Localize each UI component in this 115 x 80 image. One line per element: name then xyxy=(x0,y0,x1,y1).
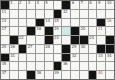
crossword-board: 1234567891011121314151617181920212223242… xyxy=(0,0,115,80)
clue-number: 28 xyxy=(45,45,50,49)
clue-number: 6 xyxy=(72,1,74,5)
cell-r3c6[interactable]: 14 xyxy=(45,19,53,27)
cell-r1c11[interactable]: 8 xyxy=(89,1,97,9)
clue-number: 32 xyxy=(72,54,77,58)
cell-r8c4[interactable] xyxy=(27,62,35,70)
cell-r5c8[interactable] xyxy=(62,36,70,44)
black-cell-r6c12 xyxy=(97,45,105,53)
cell-r8c13[interactable] xyxy=(106,62,114,70)
cell-r8c12[interactable] xyxy=(97,62,105,70)
clue-number: 15 xyxy=(54,19,59,23)
cell-r7c11[interactable] xyxy=(89,54,97,62)
cell-r2c12[interactable] xyxy=(97,10,105,18)
cell-r4c13[interactable] xyxy=(106,27,114,35)
cell-r7c13[interactable]: 34 xyxy=(106,54,114,62)
black-cell-r5c6 xyxy=(45,36,53,44)
cell-r1c10[interactable]: 7 xyxy=(80,1,88,9)
cell-r1c5[interactable]: 4 xyxy=(36,1,44,9)
cell-r9c2[interactable] xyxy=(10,71,18,79)
black-cell-r4c4 xyxy=(27,27,35,35)
black-cell-r7c8 xyxy=(62,54,70,62)
cell-r6c2[interactable]: 26 xyxy=(10,45,18,53)
clue-number: 5 xyxy=(45,1,47,5)
cell-r2c6[interactable] xyxy=(45,10,53,18)
crossword-puzzle: 1234567891011121314151617181920212223242… xyxy=(0,0,115,80)
cell-r9c6[interactable] xyxy=(45,71,53,79)
cell-r2c10[interactable] xyxy=(80,10,88,18)
cell-r4c12[interactable]: 21 xyxy=(97,27,105,35)
cell-r9c9[interactable] xyxy=(71,71,79,79)
black-cell-r4c9 xyxy=(71,27,79,35)
cell-r5c7[interactable]: 23 xyxy=(54,36,62,44)
black-cell-r2c7 xyxy=(54,10,62,18)
cell-r6c4[interactable]: 27 xyxy=(27,45,35,53)
cell-r1c7[interactable] xyxy=(54,1,62,9)
cell-r5c4[interactable] xyxy=(27,36,35,44)
black-cell-r1c1 xyxy=(1,1,9,9)
cell-r9c13[interactable] xyxy=(106,71,114,79)
cell-r2c3[interactable] xyxy=(19,10,27,18)
black-cell-r7c1 xyxy=(1,54,9,62)
cell-r6c6[interactable]: 28 xyxy=(45,45,53,53)
black-cell-r9c4 xyxy=(27,71,35,79)
cell-r6c1[interactable]: 25 xyxy=(1,45,9,53)
clue-number: 37 xyxy=(2,71,7,75)
cell-r5c11[interactable]: 24 xyxy=(89,36,97,44)
clue-number: 33 xyxy=(98,54,103,58)
cell-r3c8[interactable] xyxy=(62,19,70,27)
clue-number: 34 xyxy=(107,54,112,58)
cell-r7c2[interactable]: 31 xyxy=(10,54,18,62)
cell-r3c7[interactable]: 15 xyxy=(54,19,62,27)
cell-r9c1[interactable]: 37 xyxy=(1,71,9,79)
black-cell-r5c2 xyxy=(10,36,18,44)
cell-r7c6[interactable] xyxy=(45,54,53,62)
cell-r2c9[interactable] xyxy=(71,10,79,18)
black-cell-r3c5 xyxy=(36,19,44,27)
cell-r8c5[interactable] xyxy=(36,62,44,70)
cell-r6c10[interactable]: 30 xyxy=(80,45,88,53)
cell-r7c12[interactable]: 33 xyxy=(97,54,105,62)
clue-number: 3 xyxy=(28,1,30,5)
cell-r7c5[interactable] xyxy=(36,54,44,62)
clue-number: 22 xyxy=(19,36,24,40)
clue-number: 20 xyxy=(80,27,85,31)
clue-number: 29 xyxy=(72,45,77,49)
cell-r3c4[interactable] xyxy=(27,19,35,27)
cell-r1c9[interactable]: 6 xyxy=(71,1,79,9)
cell-r8c6[interactable] xyxy=(45,62,53,70)
cell-r8c10[interactable] xyxy=(80,62,88,70)
cell-r1c3[interactable]: 2 xyxy=(19,1,27,9)
clue-number: 25 xyxy=(2,45,7,49)
cell-r5c12[interactable] xyxy=(97,36,105,44)
clue-number: 13 xyxy=(2,19,7,23)
cell-r1c2[interactable]: 1 xyxy=(10,1,18,9)
clue-number: 19 xyxy=(54,27,59,31)
cell-r8c2[interactable] xyxy=(10,62,18,70)
clue-number: 31 xyxy=(10,54,15,58)
clue-number: 36 xyxy=(63,62,68,66)
black-cell-r1c8 xyxy=(62,1,70,9)
cell-r6c7[interactable] xyxy=(54,45,62,53)
clue-number: 24 xyxy=(89,36,94,40)
cell-r2c11[interactable] xyxy=(89,10,97,18)
cell-r2c5[interactable] xyxy=(36,10,44,18)
black-cell-r9c11 xyxy=(89,71,97,79)
cell-r4c2[interactable] xyxy=(10,27,18,35)
black-cell-r4c6 xyxy=(45,27,53,35)
clue-number: 10 xyxy=(107,1,112,5)
cell-r3c10[interactable] xyxy=(80,19,88,27)
clue-number: 9 xyxy=(98,1,100,5)
clue-number: 16 xyxy=(107,19,112,23)
clue-number: 35 xyxy=(2,62,7,66)
black-cell-r8c7 xyxy=(54,62,62,70)
black-cell-r6c13 xyxy=(106,45,114,53)
cell-r5c5[interactable] xyxy=(36,36,44,44)
cell-r6c11[interactable] xyxy=(89,45,97,53)
cell-r7c4[interactable] xyxy=(27,54,35,62)
cell-r8c8[interactable]: 36 xyxy=(62,62,70,70)
clue-number: 2 xyxy=(19,1,21,5)
clue-number: 40 xyxy=(98,71,103,75)
cell-r7c7[interactable] xyxy=(54,54,62,62)
cell-r4c7[interactable]: 19 xyxy=(54,27,62,35)
clue-number: 21 xyxy=(98,27,103,31)
clue-number: 30 xyxy=(80,45,85,49)
cell-r4c10[interactable]: 20 xyxy=(80,27,88,35)
black-cell-r5c9 xyxy=(71,36,79,44)
cell-r1c6[interactable]: 5 xyxy=(45,1,53,9)
black-cell-r6c8 xyxy=(62,45,70,53)
cell-r4c5[interactable]: 18 xyxy=(36,27,44,35)
clue-number: 4 xyxy=(37,1,39,5)
cell-r9c12[interactable]: 40 xyxy=(97,71,105,79)
cell-r2c8[interactable]: 12 xyxy=(62,10,70,18)
cell-r4c1[interactable]: 17 xyxy=(1,27,9,35)
cell-r7c10[interactable] xyxy=(80,54,88,62)
clue-number: 38 xyxy=(37,71,42,75)
cell-r9c8[interactable] xyxy=(62,71,70,79)
cell-r8c3[interactable] xyxy=(19,62,27,70)
cell-r9c10[interactable] xyxy=(80,71,88,79)
cell-r7c3[interactable] xyxy=(19,54,27,62)
cell-r3c11[interactable] xyxy=(89,19,97,27)
cell-r3c1[interactable]: 13 xyxy=(1,19,9,27)
cell-r3c3[interactable] xyxy=(19,19,27,27)
cell-r2c13[interactable] xyxy=(106,10,114,18)
cell-r3c9[interactable] xyxy=(71,19,79,27)
cell-r4c11[interactable] xyxy=(89,27,97,35)
cell-r5c1[interactable] xyxy=(1,36,9,44)
cell-r1c4[interactable]: 3 xyxy=(27,1,35,9)
cell-r2c1[interactable]: 11 xyxy=(1,10,9,18)
clue-number: 1 xyxy=(10,1,12,5)
clue-number: 18 xyxy=(37,27,42,31)
cell-r9c5[interactable]: 38 xyxy=(36,71,44,79)
clue-number: 39 xyxy=(54,71,59,75)
black-cell-r6c3 xyxy=(19,45,27,53)
cell-r2c2[interactable] xyxy=(10,10,18,18)
cell-r6c5[interactable] xyxy=(36,45,44,53)
clue-number: 14 xyxy=(45,19,50,23)
clue-number: 23 xyxy=(54,36,59,40)
cell-r1c12[interactable]: 9 xyxy=(97,1,105,9)
cell-r4c8[interactable] xyxy=(62,27,70,35)
clue-number: 27 xyxy=(28,45,33,49)
black-cell-r5c13 xyxy=(106,36,114,44)
clue-number: 12 xyxy=(63,10,68,14)
black-cell-r5c10 xyxy=(80,36,88,44)
cell-r5c3[interactable]: 22 xyxy=(19,36,27,44)
cell-r6c9[interactable]: 29 xyxy=(71,45,79,53)
clue-number: 8 xyxy=(89,1,91,5)
cell-r4c3[interactable] xyxy=(19,27,27,35)
black-cell-r3c12 xyxy=(97,19,105,27)
clue-number: 17 xyxy=(2,27,7,31)
cell-r7c9[interactable]: 32 xyxy=(71,54,79,62)
cell-r8c9[interactable] xyxy=(71,62,79,70)
cell-r1c13[interactable]: 10 xyxy=(106,1,114,9)
cell-r2c4[interactable] xyxy=(27,10,35,18)
cell-r8c11[interactable] xyxy=(89,62,97,70)
cell-r9c7[interactable]: 39 xyxy=(54,71,62,79)
clue-number: 7 xyxy=(80,1,82,5)
cell-r3c2[interactable] xyxy=(10,19,18,27)
clue-number: 11 xyxy=(2,10,7,14)
cell-r3c13[interactable]: 16 xyxy=(106,19,114,27)
cell-r8c1[interactable]: 35 xyxy=(1,62,9,70)
cell-r9c3[interactable] xyxy=(19,71,27,79)
clue-number: 26 xyxy=(10,45,15,49)
